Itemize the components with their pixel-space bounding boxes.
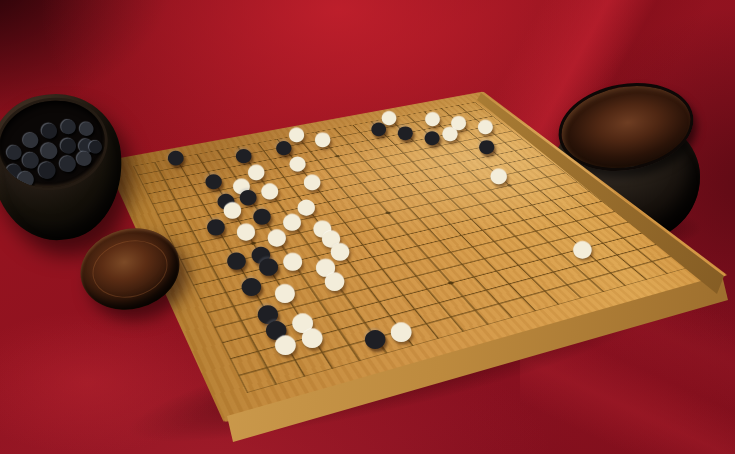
white-stone[interactable]: ● <box>424 109 441 126</box>
black-stone[interactable]: ● <box>397 124 414 142</box>
black-stone[interactable]: ● <box>423 128 440 146</box>
white-stone[interactable]: ● <box>260 180 279 200</box>
white-stone[interactable]: ● <box>324 269 346 292</box>
black-stone[interactable]: ● <box>240 274 262 298</box>
white-stone[interactable]: ● <box>301 323 325 348</box>
white-stone[interactable]: ● <box>236 220 257 242</box>
white-stone[interactable]: ● <box>303 172 322 192</box>
white-stone[interactable]: ● <box>389 317 413 342</box>
white-stone[interactable]: ● <box>441 124 458 142</box>
black-stone-in-bowl: ● <box>36 157 59 182</box>
black-stone-bowl: ●●●●●●●●●●●●●●● <box>0 94 122 240</box>
black-stone[interactable]: ● <box>167 148 185 167</box>
white-stone[interactable]: ● <box>314 130 331 148</box>
black-stone[interactable]: ● <box>364 324 388 349</box>
white-stone[interactable]: ● <box>274 331 298 356</box>
black-stone[interactable]: ● <box>226 249 247 272</box>
black-stone[interactable]: ● <box>370 119 387 137</box>
white-stone[interactable]: ● <box>572 237 593 259</box>
white-stone[interactable]: ● <box>490 166 509 186</box>
black-stone[interactable]: ● <box>206 215 226 236</box>
black-stone[interactable]: ● <box>478 136 495 154</box>
white-stone[interactable]: ● <box>477 117 494 135</box>
white-stone[interactable]: ● <box>282 250 303 273</box>
go-photo-scene: ● ● ● ● ●●●●●●●●●●●●●●●●●●●●●●●●●●●●●●●●… <box>0 0 735 454</box>
black-stone-in-bowl: ● <box>87 136 105 155</box>
